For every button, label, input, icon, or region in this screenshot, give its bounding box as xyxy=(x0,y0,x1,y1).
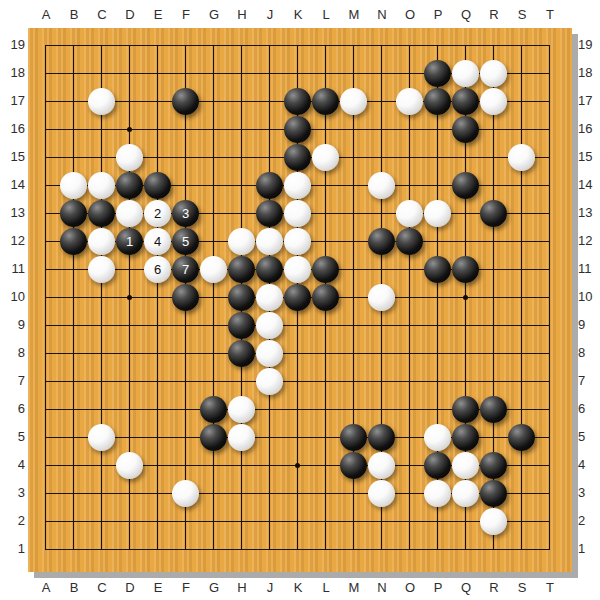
column-label: M xyxy=(340,7,368,23)
row-label: 5 xyxy=(0,429,25,445)
row-label: 15 xyxy=(0,149,25,165)
black-stone xyxy=(284,284,311,311)
column-label: P xyxy=(424,580,452,596)
black-stone xyxy=(312,256,339,283)
grid-line-horizontal xyxy=(45,353,550,354)
star-point xyxy=(463,295,468,300)
row-label: 18 xyxy=(578,65,600,81)
white-stone xyxy=(424,424,451,451)
column-label: C xyxy=(88,580,116,596)
column-label: A xyxy=(32,580,60,596)
row-label: 16 xyxy=(578,121,600,137)
white-stone xyxy=(340,88,367,115)
column-label: M xyxy=(340,580,368,596)
black-stone xyxy=(452,116,479,143)
column-label: S xyxy=(508,7,536,23)
column-label: O xyxy=(396,7,424,23)
grid-line-horizontal xyxy=(45,521,550,522)
column-label: Q xyxy=(452,7,480,23)
white-stone xyxy=(228,424,255,451)
row-label: 1 xyxy=(578,541,600,557)
white-stone xyxy=(256,284,283,311)
grid-line-horizontal xyxy=(45,325,550,326)
row-label: 3 xyxy=(0,485,25,501)
white-stone xyxy=(424,200,451,227)
white-stone xyxy=(256,228,283,255)
column-label: F xyxy=(172,580,200,596)
white-stone xyxy=(480,508,507,535)
black-stone xyxy=(368,424,395,451)
black-stone xyxy=(172,200,199,227)
black-stone xyxy=(424,88,451,115)
white-stone xyxy=(396,88,423,115)
column-label: K xyxy=(284,7,312,23)
row-label: 14 xyxy=(578,177,600,193)
column-label: B xyxy=(60,7,88,23)
row-label: 11 xyxy=(0,261,25,277)
black-stone xyxy=(228,312,255,339)
column-label: N xyxy=(368,580,396,596)
white-stone xyxy=(452,480,479,507)
black-stone xyxy=(60,228,87,255)
star-point xyxy=(127,295,132,300)
white-stone xyxy=(88,88,115,115)
column-label: Q xyxy=(452,580,480,596)
column-label: T xyxy=(536,7,564,23)
black-stone xyxy=(340,424,367,451)
white-stone xyxy=(172,480,199,507)
black-stone xyxy=(452,396,479,423)
white-stone xyxy=(368,284,395,311)
white-stone xyxy=(396,200,423,227)
white-stone xyxy=(256,312,283,339)
row-label: 4 xyxy=(0,457,25,473)
column-label: B xyxy=(60,580,88,596)
black-stone xyxy=(480,200,507,227)
go-board[interactable]: 1234567 xyxy=(28,28,572,572)
black-stone xyxy=(424,452,451,479)
column-label: S xyxy=(508,580,536,596)
row-label: 6 xyxy=(578,401,600,417)
white-stone xyxy=(144,256,171,283)
column-label: C xyxy=(88,7,116,23)
black-stone xyxy=(172,256,199,283)
row-label: 17 xyxy=(578,93,600,109)
go-diagram-page: 1234567 ABCDEFGHJKLMNOPQRST ABCDEFGHJKLM… xyxy=(0,0,600,600)
row-label: 13 xyxy=(0,205,25,221)
row-label: 6 xyxy=(0,401,25,417)
white-stone xyxy=(284,256,311,283)
column-label: K xyxy=(284,580,312,596)
row-label: 12 xyxy=(0,233,25,249)
column-label: R xyxy=(480,580,508,596)
black-stone xyxy=(340,452,367,479)
white-stone xyxy=(60,172,87,199)
black-stone xyxy=(144,172,171,199)
white-stone xyxy=(144,200,171,227)
row-label: 14 xyxy=(0,177,25,193)
white-stone xyxy=(368,172,395,199)
black-stone xyxy=(60,200,87,227)
black-stone xyxy=(452,88,479,115)
black-stone xyxy=(312,88,339,115)
black-stone xyxy=(172,88,199,115)
row-label: 9 xyxy=(0,317,25,333)
black-stone xyxy=(452,256,479,283)
white-stone xyxy=(88,256,115,283)
black-stone xyxy=(284,116,311,143)
row-label: 3 xyxy=(578,485,600,501)
column-label: A xyxy=(32,7,60,23)
white-stone xyxy=(88,228,115,255)
white-stone xyxy=(312,144,339,171)
black-stone xyxy=(200,424,227,451)
column-label: E xyxy=(144,580,172,596)
white-stone xyxy=(508,144,535,171)
grid-line-horizontal xyxy=(45,381,550,382)
row-label: 12 xyxy=(578,233,600,249)
column-label: H xyxy=(228,7,256,23)
white-stone xyxy=(368,480,395,507)
black-stone xyxy=(172,284,199,311)
black-stone xyxy=(480,480,507,507)
white-stone xyxy=(144,228,171,255)
column-label: J xyxy=(256,580,284,596)
row-label: 8 xyxy=(578,345,600,361)
row-label: 4 xyxy=(578,457,600,473)
column-label: L xyxy=(312,7,340,23)
white-stone xyxy=(452,452,479,479)
grid-line-horizontal xyxy=(45,549,550,550)
black-stone xyxy=(116,228,143,255)
star-point xyxy=(127,127,132,132)
white-stone xyxy=(284,200,311,227)
black-stone xyxy=(424,60,451,87)
black-stone xyxy=(284,144,311,171)
white-stone xyxy=(480,88,507,115)
column-label: R xyxy=(480,7,508,23)
black-stone xyxy=(256,200,283,227)
row-label: 19 xyxy=(0,37,25,53)
column-label: D xyxy=(116,580,144,596)
white-stone xyxy=(256,340,283,367)
white-stone xyxy=(256,368,283,395)
row-label: 10 xyxy=(0,289,25,305)
row-label: 15 xyxy=(578,149,600,165)
white-stone xyxy=(88,172,115,199)
black-stone xyxy=(452,172,479,199)
row-label: 8 xyxy=(0,345,25,361)
row-label: 2 xyxy=(578,513,600,529)
white-stone xyxy=(284,172,311,199)
white-stone xyxy=(452,60,479,87)
row-label: 17 xyxy=(0,93,25,109)
white-stone xyxy=(116,144,143,171)
row-label: 7 xyxy=(578,373,600,389)
black-stone xyxy=(228,284,255,311)
black-stone xyxy=(480,396,507,423)
row-label: 16 xyxy=(0,121,25,137)
column-label: N xyxy=(368,7,396,23)
column-label: O xyxy=(396,580,424,596)
black-stone xyxy=(396,228,423,255)
black-stone xyxy=(228,340,255,367)
black-stone xyxy=(480,452,507,479)
row-label: 19 xyxy=(578,37,600,53)
row-label: 10 xyxy=(578,289,600,305)
column-label: G xyxy=(200,580,228,596)
white-stone xyxy=(480,60,507,87)
black-stone xyxy=(368,228,395,255)
black-stone xyxy=(284,88,311,115)
black-stone xyxy=(424,256,451,283)
row-label: 1 xyxy=(0,541,25,557)
black-stone xyxy=(200,396,227,423)
white-stone xyxy=(88,424,115,451)
row-label: 13 xyxy=(578,205,600,221)
white-stone xyxy=(116,200,143,227)
column-label: D xyxy=(116,7,144,23)
black-stone xyxy=(256,172,283,199)
black-stone xyxy=(88,200,115,227)
column-label: P xyxy=(424,7,452,23)
row-label: 2 xyxy=(0,513,25,529)
grid-line-vertical xyxy=(521,45,522,550)
column-label: L xyxy=(312,580,340,596)
star-point xyxy=(295,463,300,468)
black-stone xyxy=(256,256,283,283)
black-stone xyxy=(116,172,143,199)
black-stone xyxy=(508,424,535,451)
black-stone xyxy=(172,228,199,255)
row-label: 18 xyxy=(0,65,25,81)
column-label: F xyxy=(172,7,200,23)
grid-line-vertical xyxy=(549,45,550,550)
row-label: 11 xyxy=(578,261,600,277)
column-label: J xyxy=(256,7,284,23)
white-stone xyxy=(200,256,227,283)
white-stone xyxy=(368,452,395,479)
white-stone xyxy=(424,480,451,507)
column-label: E xyxy=(144,7,172,23)
black-stone xyxy=(452,424,479,451)
white-stone xyxy=(228,228,255,255)
row-label: 7 xyxy=(0,373,25,389)
column-label: H xyxy=(228,580,256,596)
white-stone xyxy=(284,228,311,255)
black-stone xyxy=(312,284,339,311)
grid-line-vertical xyxy=(409,45,410,550)
row-label: 5 xyxy=(578,429,600,445)
column-label: T xyxy=(536,580,564,596)
white-stone xyxy=(228,396,255,423)
row-label: 9 xyxy=(578,317,600,333)
black-stone xyxy=(228,256,255,283)
column-label: G xyxy=(200,7,228,23)
white-stone xyxy=(116,452,143,479)
